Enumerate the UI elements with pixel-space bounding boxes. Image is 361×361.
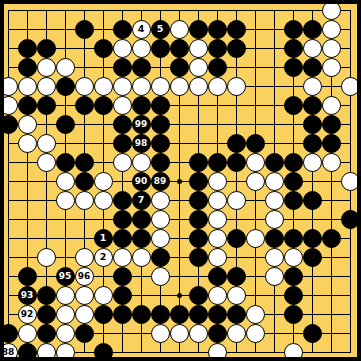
- white-stone: [113, 96, 132, 115]
- black-stone: [284, 153, 303, 172]
- white-stone: [151, 77, 170, 96]
- black-stone: [227, 20, 246, 39]
- black-stone: [303, 229, 322, 248]
- white-stone: [75, 248, 94, 267]
- white-stone: [37, 58, 56, 77]
- white-stone: [246, 305, 265, 324]
- white-stone: [284, 248, 303, 267]
- black-stone: [208, 39, 227, 58]
- black-stone: [151, 134, 170, 153]
- black-stone: [113, 115, 132, 134]
- black-stone: [113, 58, 132, 77]
- white-stone: [75, 305, 94, 324]
- black-stone: [227, 134, 246, 153]
- black-stone: [284, 58, 303, 77]
- white-stone: [56, 172, 75, 191]
- black-stone: [75, 172, 94, 191]
- white-stone: [56, 305, 75, 324]
- black-stone-move-99: 99: [132, 115, 151, 134]
- white-stone: [227, 191, 246, 210]
- white-stone: [18, 324, 37, 343]
- white-stone: [322, 39, 341, 58]
- white-stone: [56, 343, 75, 361]
- black-stone: [284, 267, 303, 286]
- black-stone: [265, 229, 284, 248]
- black-stone: [37, 324, 56, 343]
- black-stone: [113, 286, 132, 305]
- white-stone: [94, 191, 113, 210]
- white-stone: [75, 191, 94, 210]
- black-stone-move-98: 98: [132, 134, 151, 153]
- white-stone: [113, 77, 132, 96]
- black-stone-move-7: 7: [132, 191, 151, 210]
- white-stone: [132, 248, 151, 267]
- white-stone: [151, 324, 170, 343]
- white-stone: [208, 172, 227, 191]
- black-stone-move-1: 1: [94, 229, 113, 248]
- black-stone: [189, 20, 208, 39]
- black-stone: [113, 305, 132, 324]
- black-stone: [322, 229, 341, 248]
- black-stone: [208, 324, 227, 343]
- white-stone: [341, 77, 360, 96]
- black-stone: [94, 96, 113, 115]
- white-stone: [151, 267, 170, 286]
- white-stone: [322, 153, 341, 172]
- white-stone: [189, 39, 208, 58]
- white-stone: [18, 115, 37, 134]
- black-stone: [208, 153, 227, 172]
- black-stone: [227, 267, 246, 286]
- black-stone: [303, 115, 322, 134]
- white-stone: [189, 77, 208, 96]
- black-stone: [18, 58, 37, 77]
- go-board[interactable]: 45999890897129596939288: [0, 0, 361, 361]
- black-stone: [37, 286, 56, 305]
- black-stone: [132, 305, 151, 324]
- black-stone: [284, 39, 303, 58]
- white-stone: [246, 324, 265, 343]
- black-stone: [189, 286, 208, 305]
- black-stone: [227, 39, 246, 58]
- black-stone: [341, 210, 360, 229]
- black-stone: [94, 343, 113, 361]
- black-stone: [208, 267, 227, 286]
- black-stone: [265, 153, 284, 172]
- black-stone-move-5: 5: [151, 20, 170, 39]
- black-stone: [56, 115, 75, 134]
- black-stone: [151, 248, 170, 267]
- white-stone: [322, 20, 341, 39]
- black-stone: [189, 191, 208, 210]
- black-stone: [284, 286, 303, 305]
- black-stone-move-95: 95: [56, 267, 75, 286]
- black-stone: [0, 115, 18, 134]
- black-stone: [303, 248, 322, 267]
- black-stone: [208, 305, 227, 324]
- white-stone: [37, 248, 56, 267]
- black-stone: [170, 58, 189, 77]
- white-stone-move-4: 4: [132, 20, 151, 39]
- white-stone-move-2: 2: [94, 248, 113, 267]
- white-stone: [94, 172, 113, 191]
- black-stone: [132, 229, 151, 248]
- go-game-screenshot: 45999890897129596939288: [0, 0, 361, 361]
- black-stone: [113, 20, 132, 39]
- black-stone: [37, 305, 56, 324]
- black-stone: [151, 153, 170, 172]
- black-stone: [37, 96, 56, 115]
- white-stone: [208, 77, 227, 96]
- black-stone: [189, 248, 208, 267]
- black-stone: [208, 20, 227, 39]
- white-stone: [132, 77, 151, 96]
- black-stone: [113, 134, 132, 153]
- black-stone: [75, 20, 94, 39]
- white-stone: [246, 153, 265, 172]
- black-stone: [132, 210, 151, 229]
- white-stone: [94, 77, 113, 96]
- black-stone: [170, 39, 189, 58]
- white-stone: [37, 343, 56, 361]
- white-stone: [37, 134, 56, 153]
- white-stone: [56, 58, 75, 77]
- black-stone: [18, 343, 37, 361]
- black-stone: [75, 153, 94, 172]
- white-stone: [170, 324, 189, 343]
- black-stone: [322, 115, 341, 134]
- black-stone: [113, 191, 132, 210]
- black-stone: [56, 153, 75, 172]
- white-stone: [189, 324, 208, 343]
- black-stone: [151, 115, 170, 134]
- white-stone: [56, 191, 75, 210]
- white-stone: [265, 248, 284, 267]
- black-stone: [151, 39, 170, 58]
- white-stone: [227, 324, 246, 343]
- white-stone: [227, 77, 246, 96]
- black-stone: [189, 172, 208, 191]
- black-stone: [284, 172, 303, 191]
- white-stone: [151, 229, 170, 248]
- black-stone: [75, 96, 94, 115]
- white-stone: [189, 58, 208, 77]
- stones-layer: 45999890897129596939288: [0, 1, 360, 361]
- white-stone: [265, 210, 284, 229]
- black-stone: [113, 229, 132, 248]
- black-stone: [189, 305, 208, 324]
- black-stone: [227, 305, 246, 324]
- white-stone: [18, 134, 37, 153]
- white-stone: [94, 286, 113, 305]
- black-stone: [303, 58, 322, 77]
- black-stone: [303, 134, 322, 153]
- white-stone: [0, 96, 18, 115]
- white-stone: [303, 77, 322, 96]
- white-stone: [284, 343, 303, 361]
- white-stone: [113, 153, 132, 172]
- black-stone: [94, 39, 113, 58]
- black-stone: [18, 267, 37, 286]
- white-stone: [37, 153, 56, 172]
- white-stone: [18, 77, 37, 96]
- white-stone: [208, 248, 227, 267]
- black-stone: [18, 96, 37, 115]
- black-stone-move-90: 90: [132, 172, 151, 191]
- black-stone: [284, 96, 303, 115]
- black-stone: [284, 20, 303, 39]
- white-stone: [246, 229, 265, 248]
- black-stone: [170, 305, 189, 324]
- black-stone: [132, 58, 151, 77]
- white-stone: [132, 39, 151, 58]
- black-stone: [151, 305, 170, 324]
- black-stone: [37, 39, 56, 58]
- black-stone: [75, 324, 94, 343]
- black-stone-move-93: 93: [18, 286, 37, 305]
- white-stone: [56, 286, 75, 305]
- white-stone: [113, 248, 132, 267]
- white-stone: [170, 20, 189, 39]
- black-stone: [322, 134, 341, 153]
- white-stone: [151, 210, 170, 229]
- white-stone: [37, 77, 56, 96]
- black-stone: [18, 39, 37, 58]
- white-stone: [208, 286, 227, 305]
- black-stone: [132, 96, 151, 115]
- white-stone: [341, 172, 360, 191]
- black-stone: [56, 77, 75, 96]
- black-stone: [189, 210, 208, 229]
- black-stone: [113, 267, 132, 286]
- white-stone: [265, 191, 284, 210]
- white-stone: [322, 1, 341, 20]
- white-stone: [265, 267, 284, 286]
- black-stone: [208, 58, 227, 77]
- white-stone: [265, 172, 284, 191]
- white-stone: [56, 324, 75, 343]
- white-stone: [113, 39, 132, 58]
- black-stone: [303, 324, 322, 343]
- black-stone: [303, 96, 322, 115]
- white-stone: [227, 286, 246, 305]
- black-stone: [227, 153, 246, 172]
- black-stone: [113, 210, 132, 229]
- black-stone: [189, 229, 208, 248]
- white-stone: [208, 210, 227, 229]
- white-stone: [0, 77, 18, 96]
- black-stone: [189, 153, 208, 172]
- white-stone-move-88: 88: [0, 343, 18, 361]
- black-stone: [246, 134, 265, 153]
- white-stone: [132, 153, 151, 172]
- white-stone: [208, 229, 227, 248]
- white-stone: [208, 191, 227, 210]
- black-stone: [284, 229, 303, 248]
- black-stone: [284, 305, 303, 324]
- white-stone: [75, 286, 94, 305]
- black-stone: [94, 305, 113, 324]
- white-stone: [322, 58, 341, 77]
- white-stone-move-96: 96: [75, 267, 94, 286]
- white-stone: [75, 77, 94, 96]
- black-stone-move-89: 89: [151, 172, 170, 191]
- black-stone: [151, 96, 170, 115]
- black-stone: [284, 191, 303, 210]
- white-stone: [246, 172, 265, 191]
- black-stone: [227, 229, 246, 248]
- white-stone: [208, 343, 227, 361]
- white-stone-move-92: 92: [18, 305, 37, 324]
- white-stone: [322, 96, 341, 115]
- black-stone: [0, 324, 18, 343]
- black-stone: [303, 20, 322, 39]
- white-stone: [303, 39, 322, 58]
- white-stone: [303, 153, 322, 172]
- white-stone: [151, 191, 170, 210]
- white-stone: [170, 77, 189, 96]
- black-stone: [303, 191, 322, 210]
